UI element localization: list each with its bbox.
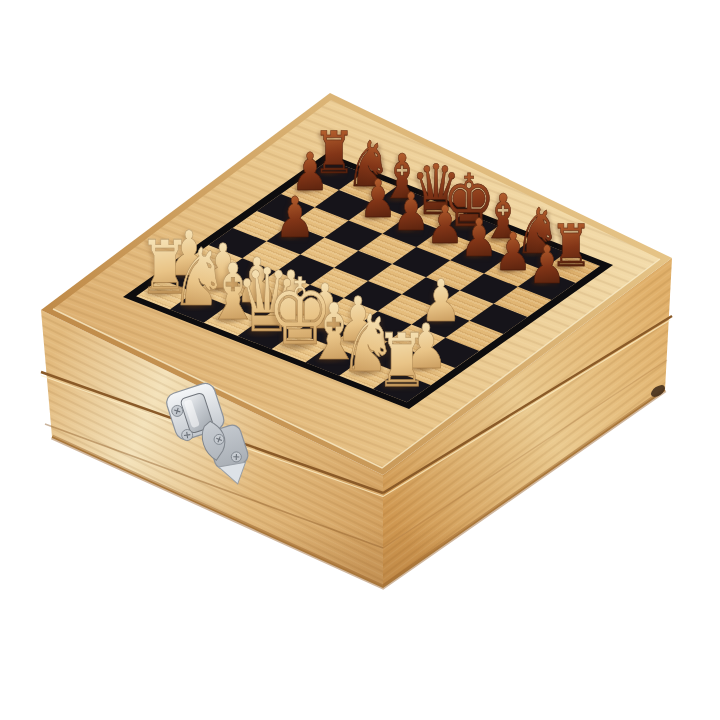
product-photo-scene: ♜♞♟♝♛♟♚♟♟♝♟♞♟♜♟♟♟♟♜♟♞♟♝♟♟♛♟♚♝♟♞♜ xyxy=(0,0,720,720)
